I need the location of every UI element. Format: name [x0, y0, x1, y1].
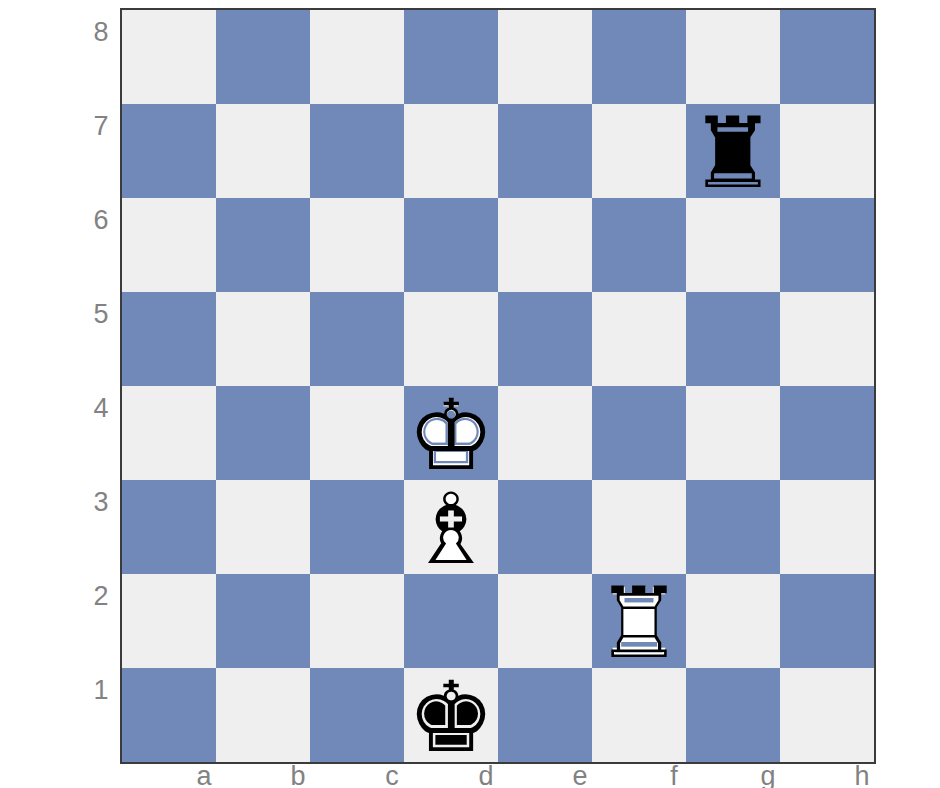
piece-black-rook-g7[interactable]: ♜ — [686, 104, 780, 198]
square-c8[interactable] — [310, 10, 404, 104]
white-bishop-icon: ♗ — [407, 482, 495, 576]
file-label-g: g — [721, 762, 815, 788]
rank-label-2: 2 — [86, 549, 116, 643]
file-labels: abcdefgh — [157, 762, 909, 788]
square-f4[interactable] — [592, 386, 686, 480]
chess-board: ♜♚♔♝♗♜♖♚ — [120, 8, 876, 764]
square-e7[interactable] — [498, 104, 592, 198]
rank-labels: 87654321 — [86, 0, 116, 737]
square-f5[interactable] — [592, 292, 686, 386]
square-g5[interactable] — [686, 292, 780, 386]
square-e6[interactable] — [498, 198, 592, 292]
square-h1[interactable] — [780, 668, 874, 762]
file-label-b: b — [251, 762, 345, 788]
square-g8[interactable] — [686, 10, 780, 104]
square-f8[interactable] — [592, 10, 686, 104]
rank-label-1: 1 — [86, 643, 116, 737]
square-b4[interactable] — [216, 386, 310, 480]
square-a4[interactable] — [122, 386, 216, 480]
rank-label-6: 6 — [86, 173, 116, 267]
square-c5[interactable] — [310, 292, 404, 386]
square-g4[interactable] — [686, 386, 780, 480]
file-label-h: h — [815, 762, 909, 788]
square-b8[interactable] — [216, 10, 310, 104]
square-f7[interactable] — [592, 104, 686, 198]
rank-label-4: 4 — [86, 361, 116, 455]
square-b3[interactable] — [216, 480, 310, 574]
square-g1[interactable] — [686, 668, 780, 762]
square-d6[interactable] — [404, 198, 498, 292]
square-b1[interactable] — [216, 668, 310, 762]
square-a1[interactable] — [122, 668, 216, 762]
square-f6[interactable] — [592, 198, 686, 292]
square-h6[interactable] — [780, 198, 874, 292]
square-a7[interactable] — [122, 104, 216, 198]
square-b7[interactable] — [216, 104, 310, 198]
square-e1[interactable] — [498, 668, 592, 762]
square-c3[interactable] — [310, 480, 404, 574]
square-h7[interactable] — [780, 104, 874, 198]
square-f3[interactable] — [592, 480, 686, 574]
square-e8[interactable] — [498, 10, 592, 104]
square-b6[interactable] — [216, 198, 310, 292]
piece-white-bishop-d3[interactable]: ♝♗ — [404, 480, 498, 574]
square-c4[interactable] — [310, 386, 404, 480]
piece-black-king-d1[interactable]: ♚ — [404, 668, 498, 762]
file-label-a: a — [157, 762, 251, 788]
rank-label-7: 7 — [86, 79, 116, 173]
square-a2[interactable] — [122, 574, 216, 668]
rank-label-3: 3 — [86, 455, 116, 549]
square-e4[interactable] — [498, 386, 592, 480]
square-a5[interactable] — [122, 292, 216, 386]
square-g3[interactable] — [686, 480, 780, 574]
white-rook-icon: ♖ — [595, 576, 683, 670]
square-d2[interactable] — [404, 574, 498, 668]
square-b5[interactable] — [216, 292, 310, 386]
rank-label-8: 8 — [86, 0, 116, 79]
square-h5[interactable] — [780, 292, 874, 386]
square-g2[interactable] — [686, 574, 780, 668]
square-b2[interactable] — [216, 574, 310, 668]
square-a3[interactable] — [122, 480, 216, 574]
square-h2[interactable] — [780, 574, 874, 668]
square-c2[interactable] — [310, 574, 404, 668]
square-a6[interactable] — [122, 198, 216, 292]
square-c6[interactable] — [310, 198, 404, 292]
black-king-icon: ♚ — [407, 670, 495, 764]
square-d5[interactable] — [404, 292, 498, 386]
square-e5[interactable] — [498, 292, 592, 386]
square-e2[interactable] — [498, 574, 592, 668]
square-d8[interactable] — [404, 10, 498, 104]
chess-diagram-page: 87654321 ♜♚♔♝♗♜♖♚ abcdefgh — [0, 0, 940, 788]
rank-label-5: 5 — [86, 267, 116, 361]
file-label-c: c — [345, 762, 439, 788]
square-c7[interactable] — [310, 104, 404, 198]
file-label-d: d — [439, 762, 533, 788]
square-h4[interactable] — [780, 386, 874, 480]
piece-white-rook-f2[interactable]: ♜♖ — [592, 574, 686, 668]
white-king-icon: ♔ — [407, 388, 495, 482]
piece-white-king-d4[interactable]: ♚♔ — [404, 386, 498, 480]
square-a8[interactable] — [122, 10, 216, 104]
black-rook-icon: ♜ — [689, 106, 777, 200]
file-label-f: f — [627, 762, 721, 788]
square-g6[interactable] — [686, 198, 780, 292]
square-c1[interactable] — [310, 668, 404, 762]
square-h3[interactable] — [780, 480, 874, 574]
square-e3[interactable] — [498, 480, 592, 574]
square-h8[interactable] — [780, 10, 874, 104]
square-d7[interactable] — [404, 104, 498, 198]
file-label-e: e — [533, 762, 627, 788]
square-f1[interactable] — [592, 668, 686, 762]
